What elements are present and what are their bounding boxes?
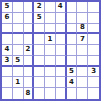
cell-r3c6[interactable] xyxy=(56,24,67,35)
cell-r2c1[interactable]: 6 xyxy=(2,13,13,24)
cell-r2c9[interactable] xyxy=(88,13,99,24)
cell-r4c6[interactable] xyxy=(56,34,67,45)
cell-r5c2[interactable] xyxy=(13,45,24,56)
cell-r7c5[interactable] xyxy=(45,67,56,78)
cell-r4c3[interactable] xyxy=(24,34,35,45)
cell-r1c3[interactable] xyxy=(24,2,35,13)
cell-r7c9[interactable]: 3 xyxy=(88,67,99,78)
cell-r3c3[interactable] xyxy=(24,24,35,35)
cell-r1c4[interactable]: 2 xyxy=(34,2,45,13)
cell-r1c6[interactable]: 4 xyxy=(56,2,67,13)
cell-r8c1[interactable] xyxy=(2,77,13,88)
cell-r8c3[interactable] xyxy=(24,77,35,88)
cell-r8c5[interactable] xyxy=(45,77,56,88)
cell-r3c5[interactable] xyxy=(45,24,56,35)
cell-r8c8[interactable] xyxy=(77,77,88,88)
cell-r7c1[interactable] xyxy=(2,67,13,78)
cell-r2c2[interactable] xyxy=(13,13,24,24)
cell-r6c1[interactable]: 3 xyxy=(2,56,13,67)
cell-r9c8[interactable] xyxy=(77,88,88,99)
cell-r6c7[interactable] xyxy=(67,56,78,67)
cell-r4c9[interactable] xyxy=(88,34,99,45)
cell-r4c4[interactable] xyxy=(34,34,45,45)
cell-r9c2[interactable] xyxy=(13,88,24,99)
cell-r6c3[interactable] xyxy=(24,56,35,67)
cell-r4c1[interactable] xyxy=(2,34,13,45)
cell-r3c7[interactable] xyxy=(67,24,78,35)
cell-r8c4[interactable] xyxy=(34,77,45,88)
cell-r1c2[interactable] xyxy=(13,2,24,13)
cell-r7c6[interactable] xyxy=(56,67,67,78)
cell-r3c9[interactable] xyxy=(88,24,99,35)
cell-r6c6[interactable] xyxy=(56,56,67,67)
cell-r3c1[interactable] xyxy=(2,24,13,35)
cell-r9c3[interactable]: 8 xyxy=(24,88,35,99)
cell-r6c4[interactable] xyxy=(34,56,45,67)
cell-r8c9[interactable] xyxy=(88,77,99,88)
cell-r2c4[interactable]: 5 xyxy=(34,13,45,24)
cell-r7c3[interactable] xyxy=(24,67,35,78)
cell-r7c8[interactable] xyxy=(77,67,88,78)
cell-r8c7[interactable]: 4 xyxy=(67,77,78,88)
cell-r9c7[interactable] xyxy=(67,88,78,99)
cell-r1c8[interactable] xyxy=(77,2,88,13)
cell-r1c7[interactable] xyxy=(67,2,78,13)
cell-r2c7[interactable] xyxy=(67,13,78,24)
cell-r5c6[interactable] xyxy=(56,45,67,56)
cell-r3c4[interactable] xyxy=(34,24,45,35)
cell-r2c8[interactable] xyxy=(77,13,88,24)
cell-r2c3[interactable] xyxy=(24,13,35,24)
sudoku-board: 52465817423553148 xyxy=(0,0,101,101)
cell-r9c5[interactable] xyxy=(45,88,56,99)
cell-r7c7[interactable]: 5 xyxy=(67,67,78,78)
cell-r5c5[interactable] xyxy=(45,45,56,56)
cell-r1c1[interactable]: 5 xyxy=(2,2,13,13)
cell-r2c6[interactable] xyxy=(56,13,67,24)
cell-r5c7[interactable] xyxy=(67,45,78,56)
cell-r5c9[interactable] xyxy=(88,45,99,56)
cell-r6c2[interactable]: 5 xyxy=(13,56,24,67)
cell-r4c7[interactable] xyxy=(67,34,78,45)
cell-r1c5[interactable] xyxy=(45,2,56,13)
cell-r7c2[interactable] xyxy=(13,67,24,78)
cell-r5c8[interactable] xyxy=(77,45,88,56)
cell-r8c2[interactable]: 1 xyxy=(13,77,24,88)
cell-r9c6[interactable] xyxy=(56,88,67,99)
cell-r3c2[interactable] xyxy=(13,24,24,35)
cell-r5c3[interactable]: 2 xyxy=(24,45,35,56)
cell-r9c1[interactable] xyxy=(2,88,13,99)
cell-r5c4[interactable] xyxy=(34,45,45,56)
cell-r6c9[interactable] xyxy=(88,56,99,67)
cell-r4c5[interactable]: 1 xyxy=(45,34,56,45)
cell-r4c2[interactable] xyxy=(13,34,24,45)
cell-r6c5[interactable] xyxy=(45,56,56,67)
cell-r4c8[interactable]: 7 xyxy=(77,34,88,45)
cell-r9c4[interactable] xyxy=(34,88,45,99)
cell-r8c6[interactable] xyxy=(56,77,67,88)
cell-r7c4[interactable] xyxy=(34,67,45,78)
cell-r5c1[interactable]: 4 xyxy=(2,45,13,56)
cell-r1c9[interactable] xyxy=(88,2,99,13)
cell-r6c8[interactable] xyxy=(77,56,88,67)
cell-r2c5[interactable] xyxy=(45,13,56,24)
cell-r3c8[interactable]: 8 xyxy=(77,24,88,35)
cell-r9c9[interactable] xyxy=(88,88,99,99)
